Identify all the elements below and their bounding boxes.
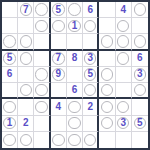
cell-r2c7[interactable]	[99, 18, 115, 34]
odd-circle-marker	[35, 68, 48, 81]
odd-circle-marker	[20, 134, 33, 147]
cell-r2c2[interactable]	[18, 18, 34, 34]
cell-r3c4[interactable]	[51, 34, 67, 50]
cell-r9c5[interactable]	[67, 132, 83, 148]
cell-r8c5[interactable]	[67, 116, 83, 132]
odd-circle-marker	[20, 84, 33, 97]
cell-r3c2[interactable]	[18, 34, 34, 50]
odd-circle-marker	[84, 134, 97, 147]
cell-r5c5[interactable]	[67, 67, 83, 83]
cell-r7c9[interactable]	[132, 99, 148, 115]
odd-circle-marker	[117, 35, 130, 48]
cell-r2c6[interactable]	[83, 18, 99, 34]
cell-r8c7[interactable]	[99, 116, 115, 132]
odd-circle-marker	[3, 101, 16, 114]
cell-r7c8[interactable]	[116, 99, 132, 115]
odd-circle-marker	[134, 84, 147, 97]
cell-r8c4[interactable]	[51, 116, 67, 132]
cell-r4c4: 7	[51, 51, 67, 67]
odd-circle-marker	[35, 84, 48, 97]
given-digit: 4	[120, 5, 126, 15]
cell-r1c5[interactable]	[67, 2, 83, 18]
given-digit: 9	[55, 69, 61, 79]
cell-r9c7[interactable]	[99, 132, 115, 148]
cell-r1c2: 7	[18, 2, 34, 18]
cell-r6c6[interactable]	[83, 83, 99, 99]
given-digit: 6	[7, 69, 13, 79]
cell-r9c9[interactable]	[132, 132, 148, 148]
cell-r8c9: 5	[132, 116, 148, 132]
given-digit: 8	[72, 53, 78, 63]
given-digit: 4	[55, 102, 61, 112]
cell-r9c8[interactable]	[116, 132, 132, 148]
odd-circle-marker	[3, 134, 16, 147]
cell-r5c7[interactable]	[99, 67, 115, 83]
cell-r1c6: 6	[83, 2, 99, 18]
cell-r4c8[interactable]	[116, 51, 132, 67]
cell-r7c4: 4	[51, 99, 67, 115]
cell-r9c6[interactable]	[83, 132, 99, 148]
cell-r6c3[interactable]	[34, 83, 50, 99]
odd-circle-marker	[3, 35, 16, 48]
cell-r5c1: 6	[2, 67, 18, 83]
cell-r2c9[interactable]	[132, 18, 148, 34]
cell-r7c7[interactable]	[99, 99, 115, 115]
cell-r6c2[interactable]	[18, 83, 34, 99]
odd-circle-marker	[52, 134, 65, 147]
given-digit: 5	[55, 5, 61, 15]
cell-r5c8[interactable]	[116, 67, 132, 83]
cell-r2c1[interactable]	[2, 18, 18, 34]
odd-circle-marker	[134, 3, 147, 16]
given-digit: 7	[23, 5, 29, 15]
odd-circle-marker	[117, 20, 130, 33]
odd-circle-marker	[68, 3, 81, 16]
odd-circle-marker	[101, 68, 114, 81]
cell-r3c1[interactable]	[2, 34, 18, 50]
given-digit: 2	[23, 118, 29, 128]
cell-r6c9[interactable]	[132, 83, 148, 99]
odd-circle-marker	[101, 101, 114, 114]
cell-r3c6[interactable]	[83, 34, 99, 50]
cell-r4c1: 5	[2, 51, 18, 67]
given-digit: 3	[87, 53, 93, 63]
odd-circle-marker	[134, 35, 147, 48]
given-digit: 1	[7, 118, 13, 128]
cell-r3c9[interactable]	[132, 34, 148, 50]
cell-r5c6: 5	[83, 67, 99, 83]
cell-r4c5: 8	[67, 51, 83, 67]
odd-circle-marker	[84, 84, 97, 97]
cell-r3c7[interactable]	[99, 34, 115, 50]
cell-r8c1: 1	[2, 116, 18, 132]
given-digit: 5	[137, 118, 143, 128]
odd-circle-marker	[101, 84, 114, 97]
cell-r6c7[interactable]	[99, 83, 115, 99]
given-digit: 3	[137, 69, 143, 79]
cell-r5c4: 9	[51, 67, 67, 83]
cell-r2c8[interactable]	[116, 18, 132, 34]
cell-r1c7[interactable]	[99, 2, 115, 18]
cell-r9c3[interactable]	[34, 132, 50, 148]
cell-r8c3[interactable]	[34, 116, 50, 132]
odd-circle-marker	[101, 117, 114, 130]
cell-r4c9: 6	[132, 51, 148, 67]
odd-circle-marker	[68, 117, 81, 130]
cell-r4c2[interactable]	[18, 51, 34, 67]
odd-circle-marker	[117, 101, 130, 114]
given-digit: 5	[7, 53, 13, 63]
given-digit: 3	[120, 118, 126, 128]
cell-r5c2[interactable]	[18, 67, 34, 83]
cell-r1c9[interactable]	[132, 2, 148, 18]
cell-r7c6: 2	[83, 99, 99, 115]
cell-r4c3[interactable]	[34, 51, 50, 67]
given-digit: 5	[87, 69, 93, 79]
cell-r3c5[interactable]	[67, 34, 83, 50]
cell-r8c2: 2	[18, 116, 34, 132]
cell-r3c3[interactable]	[34, 34, 50, 50]
cell-r1c1[interactable]	[2, 2, 18, 18]
cell-r9c2[interactable]	[18, 132, 34, 148]
odd-circle-marker	[84, 20, 97, 33]
cell-r7c5[interactable]	[67, 99, 83, 115]
cell-r7c2[interactable]	[18, 99, 34, 115]
cell-r8c8: 3	[116, 116, 132, 132]
cell-r7c1[interactable]	[2, 99, 18, 115]
cell-r2c3[interactable]	[34, 18, 50, 34]
cell-r3c8[interactable]	[116, 34, 132, 50]
cell-r4c7[interactable]	[99, 51, 115, 67]
cell-r1c4: 5	[51, 2, 67, 18]
cell-r6c8[interactable]	[116, 83, 132, 99]
odd-circle-marker	[68, 134, 81, 147]
cell-r1c8: 4	[116, 2, 132, 18]
cell-r6c4[interactable]	[51, 83, 67, 99]
cell-r6c1[interactable]	[2, 83, 18, 99]
cell-r2c4[interactable]	[51, 18, 67, 34]
cell-r5c3[interactable]	[34, 67, 50, 83]
cell-r6c5: 6	[67, 83, 83, 99]
odd-circle-marker	[20, 35, 33, 48]
given-digit: 6	[137, 53, 143, 63]
odd-circle-marker	[35, 101, 48, 114]
cell-r9c4[interactable]	[51, 132, 67, 148]
cell-r2c5: 1	[67, 18, 83, 34]
cell-r7c3[interactable]	[34, 99, 50, 115]
given-digit: 6	[87, 5, 93, 15]
odd-circle-marker	[68, 101, 81, 114]
given-digit: 7	[55, 53, 61, 63]
given-digit: 2	[87, 102, 93, 112]
odd-circle-marker	[117, 52, 130, 65]
odd-circle-marker	[35, 20, 48, 33]
sudoku-board: 756415783669536421235	[0, 0, 150, 150]
cell-r8c6[interactable]	[83, 116, 99, 132]
cell-r5c9: 3	[132, 67, 148, 83]
cell-r9c1[interactable]	[2, 132, 18, 148]
odd-circle-marker	[101, 35, 114, 48]
odd-circle-marker	[20, 52, 33, 65]
odd-circle-marker	[35, 3, 48, 16]
cell-r4c6: 3	[83, 51, 99, 67]
given-digit: 6	[72, 85, 78, 95]
cell-r1c3[interactable]	[34, 2, 50, 18]
odd-circle-marker	[52, 20, 65, 33]
given-digit: 1	[72, 21, 78, 31]
